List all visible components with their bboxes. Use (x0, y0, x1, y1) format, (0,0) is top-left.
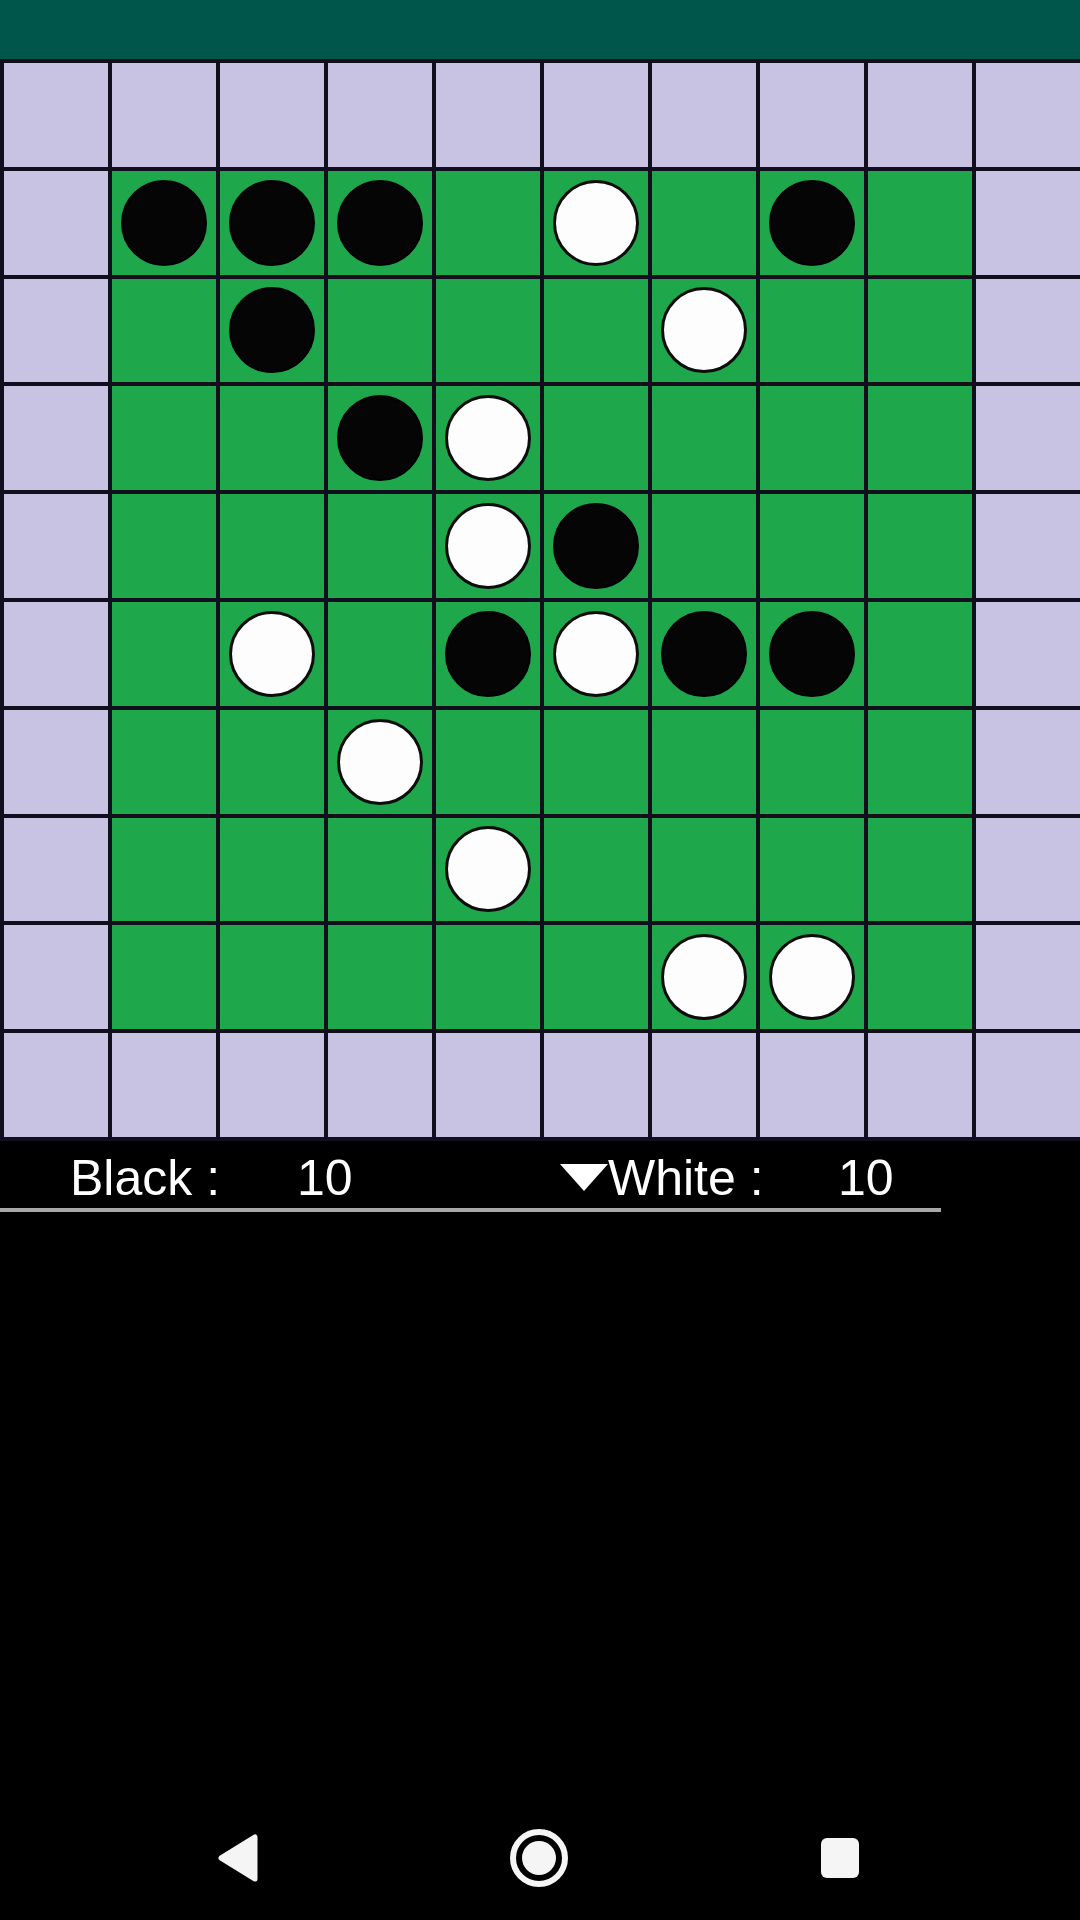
board-cell[interactable] (868, 279, 972, 383)
border-cell (4, 63, 108, 167)
board-cell[interactable] (220, 171, 324, 275)
recents-icon[interactable] (821, 1838, 859, 1878)
border-cell (112, 1033, 216, 1137)
black-disc (337, 180, 423, 266)
white-disc (553, 180, 639, 266)
board-cell[interactable] (112, 925, 216, 1029)
turn-indicator-icon (560, 1164, 608, 1191)
border-cell (976, 710, 1080, 814)
board-cell[interactable] (760, 710, 864, 814)
border-cell (976, 1033, 1080, 1137)
back-icon[interactable] (218, 1834, 258, 1882)
border-cell (976, 171, 1080, 275)
border-cell (760, 63, 864, 167)
board-cell[interactable] (544, 279, 648, 383)
border-cell (544, 1033, 648, 1137)
white-disc (445, 395, 531, 481)
board-cell[interactable] (544, 602, 648, 706)
border-cell (4, 494, 108, 598)
board-cell[interactable] (868, 602, 972, 706)
board-cell[interactable] (652, 279, 756, 383)
board-cell[interactable] (112, 818, 216, 922)
board-cell[interactable] (112, 279, 216, 383)
board-cell[interactable] (328, 925, 432, 1029)
board-cell[interactable] (112, 386, 216, 490)
board-cell[interactable] (328, 386, 432, 490)
board-cell[interactable] (328, 602, 432, 706)
board-cell[interactable] (544, 925, 648, 1029)
board-cell[interactable] (328, 710, 432, 814)
border-cell (976, 602, 1080, 706)
board-cell[interactable] (112, 494, 216, 598)
board-cell[interactable] (436, 602, 540, 706)
board-cell[interactable] (868, 494, 972, 598)
border-cell (652, 63, 756, 167)
border-cell (220, 63, 324, 167)
board-cell[interactable] (760, 171, 864, 275)
board-cell[interactable] (328, 494, 432, 598)
white-disc (445, 826, 531, 912)
home-icon-dot (522, 1841, 556, 1875)
status-bar (0, 0, 1080, 59)
white-disc (445, 503, 531, 589)
black-disc (121, 180, 207, 266)
black-disc (769, 180, 855, 266)
board-cell[interactable] (220, 494, 324, 598)
border-cell (328, 1033, 432, 1137)
board-cell[interactable] (436, 710, 540, 814)
white-disc (661, 287, 747, 373)
board-cell[interactable] (868, 171, 972, 275)
border-cell (760, 1033, 864, 1137)
board-cell[interactable] (328, 818, 432, 922)
border-cell (4, 602, 108, 706)
board-cell[interactable] (328, 171, 432, 275)
border-cell (976, 386, 1080, 490)
white-disc (337, 719, 423, 805)
score-bar: Black : 10 White : 10 (0, 1141, 1080, 1221)
border-cell (976, 63, 1080, 167)
black-disc (445, 611, 531, 697)
board-cell[interactable] (544, 171, 648, 275)
white-disc (553, 611, 639, 697)
board-cell[interactable] (652, 818, 756, 922)
border-cell (4, 279, 108, 383)
border-cell (976, 925, 1080, 1029)
border-cell (652, 1033, 756, 1137)
black-disc (769, 611, 855, 697)
black-disc (553, 503, 639, 589)
border-cell (4, 386, 108, 490)
board-cell[interactable] (868, 818, 972, 922)
board-cell[interactable] (220, 925, 324, 1029)
black-score-label: Black : (70, 1150, 220, 1206)
app-screen: Black : 10 White : 10 (0, 0, 1080, 1920)
border-cell (868, 1033, 972, 1137)
border-cell (868, 63, 972, 167)
black-disc (661, 611, 747, 697)
white-disc (229, 611, 315, 697)
border-cell (112, 63, 216, 167)
board-cell[interactable] (760, 602, 864, 706)
board-cell[interactable] (220, 279, 324, 383)
score-divider (0, 1208, 941, 1212)
board (0, 59, 1080, 1141)
board-cell[interactable] (544, 710, 648, 814)
black-disc (229, 180, 315, 266)
board-cell[interactable] (760, 494, 864, 598)
border-cell (976, 818, 1080, 922)
board-cell[interactable] (436, 818, 540, 922)
board-cell[interactable] (652, 171, 756, 275)
board-cell[interactable] (760, 925, 864, 1029)
board-cell[interactable] (760, 279, 864, 383)
board-cell[interactable] (436, 279, 540, 383)
border-cell (544, 63, 648, 167)
black-disc (229, 287, 315, 373)
board-cell[interactable] (220, 818, 324, 922)
border-cell (4, 818, 108, 922)
black-disc (337, 395, 423, 481)
navigation-bar (0, 1780, 1080, 1920)
board-cell[interactable] (436, 494, 540, 598)
board-cell[interactable] (436, 171, 540, 275)
border-cell (4, 925, 108, 1029)
board-cell[interactable] (112, 602, 216, 706)
board-cell[interactable] (868, 710, 972, 814)
border-cell (4, 710, 108, 814)
border-cell (436, 1033, 540, 1137)
border-cell (436, 63, 540, 167)
board-cell[interactable] (328, 279, 432, 383)
board-cell[interactable] (868, 925, 972, 1029)
board-cell[interactable] (652, 602, 756, 706)
white-disc (769, 934, 855, 1020)
board-cell[interactable] (112, 171, 216, 275)
home-icon[interactable] (510, 1829, 568, 1887)
board-cell[interactable] (652, 386, 756, 490)
border-cell (4, 1033, 108, 1137)
board-cell[interactable] (220, 602, 324, 706)
board-cell[interactable] (220, 386, 324, 490)
board-cell[interactable] (868, 386, 972, 490)
white-score-label: White : (608, 1150, 764, 1206)
border-cell (220, 1033, 324, 1137)
border-cell (976, 279, 1080, 383)
board-cell[interactable] (436, 925, 540, 1029)
board-cell[interactable] (544, 386, 648, 490)
black-score-value: 10 (297, 1150, 353, 1206)
board-cell[interactable] (544, 494, 648, 598)
board-cell[interactable] (652, 494, 756, 598)
white-score-value: 10 (838, 1150, 894, 1206)
board-cell[interactable] (220, 710, 324, 814)
board-cell[interactable] (652, 710, 756, 814)
border-cell (4, 171, 108, 275)
border-cell (976, 494, 1080, 598)
board-cell[interactable] (436, 386, 540, 490)
border-cell (328, 63, 432, 167)
board-cell[interactable] (544, 818, 648, 922)
board-cell[interactable] (652, 925, 756, 1029)
board-cell[interactable] (760, 818, 864, 922)
board-cell[interactable] (112, 710, 216, 814)
board-cell[interactable] (760, 386, 864, 490)
white-disc (661, 934, 747, 1020)
